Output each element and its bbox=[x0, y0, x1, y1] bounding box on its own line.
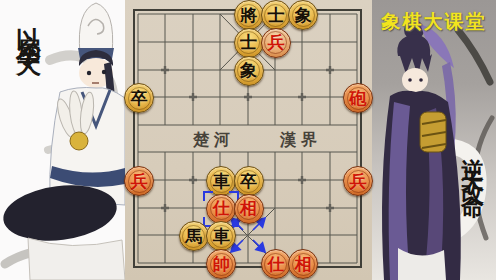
swordsman-character bbox=[382, 20, 461, 280]
piece-black-馬[interactable]: 馬 bbox=[179, 221, 209, 251]
piece-label: 車 bbox=[213, 228, 230, 245]
piece-label: 車 bbox=[213, 173, 230, 190]
piece-label: 象 bbox=[295, 7, 312, 24]
eye bbox=[408, 78, 412, 82]
piece-label: 相 bbox=[240, 200, 257, 217]
piece-red-兵[interactable]: 兵 bbox=[124, 166, 154, 196]
left-caption: 以扇令天 bbox=[12, 6, 45, 42]
piece-label: 仕 bbox=[267, 256, 284, 273]
piece-label: 帥 bbox=[213, 256, 230, 273]
piece-label: 象 bbox=[240, 62, 257, 79]
piece-label: 兵 bbox=[267, 34, 284, 51]
piece-black-將[interactable]: 將 bbox=[234, 0, 264, 30]
river-label-chu: 楚河 bbox=[193, 130, 235, 151]
piece-black-士[interactable]: 士 bbox=[234, 28, 264, 58]
piece-label: 馬 bbox=[185, 228, 202, 245]
screenshot-root: 以扇令天 楚河 漢界 將士象士兵象卒砲兵車卒兵仕相馬車帥仕相 bbox=[0, 0, 496, 280]
eye bbox=[419, 78, 423, 82]
piece-label: 仕 bbox=[213, 200, 230, 217]
piece-red-砲[interactable]: 砲 bbox=[343, 83, 373, 113]
piece-label: 士 bbox=[267, 7, 284, 24]
piece-label: 兵 bbox=[350, 173, 367, 190]
left-character-illustration bbox=[0, 0, 125, 280]
piece-label: 砲 bbox=[350, 90, 367, 107]
eye bbox=[102, 70, 106, 74]
river-label-han: 漢界 bbox=[280, 130, 322, 151]
piece-red-兵[interactable]: 兵 bbox=[343, 166, 373, 196]
emblem bbox=[70, 132, 88, 150]
piece-black-士[interactable]: 士 bbox=[261, 0, 291, 30]
right-caption: 逆天改命 bbox=[457, 140, 488, 188]
right-character-panel: 象棋大课堂 逆天改命 bbox=[372, 0, 496, 280]
xiangqi-board: 楚河 漢界 將士象士兵象卒砲兵車卒兵仕相馬車帥仕相 bbox=[125, 0, 372, 280]
piece-label: 卒 bbox=[240, 173, 257, 190]
piece-label: 相 bbox=[295, 256, 312, 273]
piece-red-帥[interactable]: 帥 bbox=[206, 249, 236, 279]
skirt bbox=[28, 238, 125, 280]
face bbox=[402, 68, 428, 92]
left-character-panel: 以扇令天 bbox=[0, 0, 125, 280]
scholar-character bbox=[0, 3, 125, 280]
piece-label: 將 bbox=[240, 7, 257, 24]
piece-red-兵[interactable]: 兵 bbox=[261, 28, 291, 58]
eye bbox=[87, 71, 91, 75]
piece-label: 士 bbox=[240, 34, 257, 51]
hat bbox=[79, 3, 112, 54]
piece-red-仕[interactable]: 仕 bbox=[206, 194, 236, 224]
piece-red-相[interactable]: 相 bbox=[234, 194, 264, 224]
piece-label: 卒 bbox=[131, 90, 148, 107]
piece-black-卒[interactable]: 卒 bbox=[124, 83, 154, 113]
piece-black-象[interactable]: 象 bbox=[234, 56, 264, 86]
channel-title: 象棋大课堂 bbox=[372, 9, 496, 35]
piece-black-卒[interactable]: 卒 bbox=[234, 166, 264, 196]
piece-label: 兵 bbox=[131, 173, 148, 190]
piece-red-仕[interactable]: 仕 bbox=[261, 249, 291, 279]
